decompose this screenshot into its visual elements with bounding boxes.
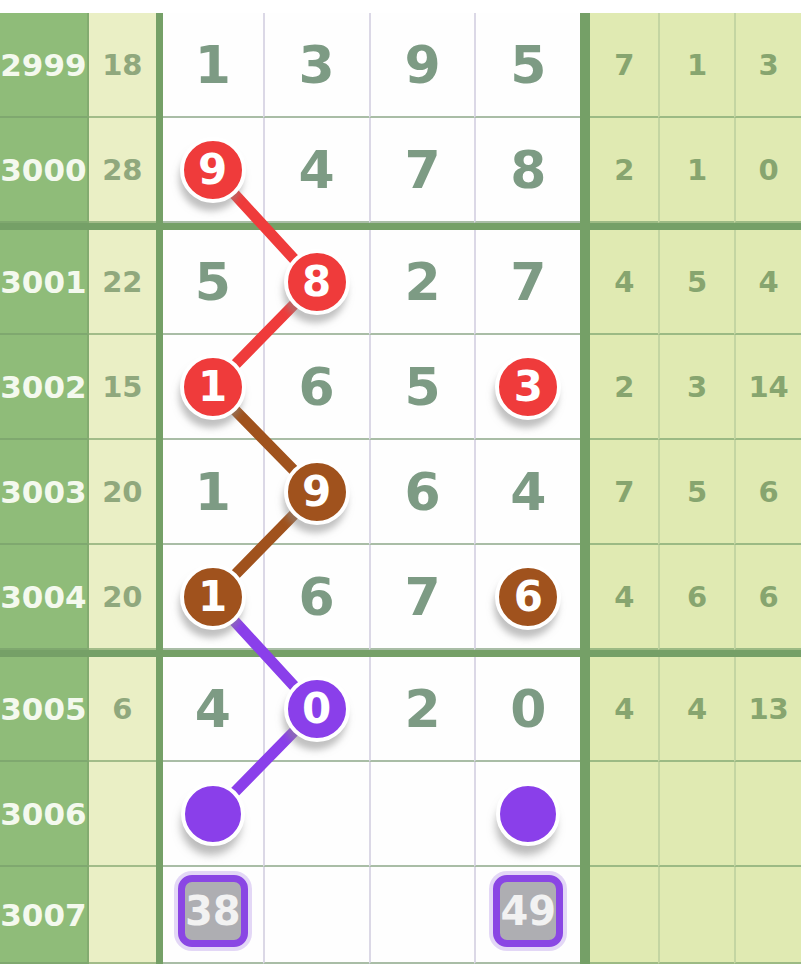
stat-cell: 4 (590, 545, 658, 650)
stat-cell: 4 (734, 230, 801, 335)
trend-chart-board: 2999181395713300028947821030012258274543… (0, 0, 801, 969)
stat-cell (590, 867, 658, 964)
stat-cell: 5 (658, 440, 734, 545)
stat-cell: 0 (734, 118, 801, 223)
column-divider (580, 657, 590, 762)
table-row: 3001225827454 (0, 230, 801, 335)
sum-cell: 20 (89, 440, 156, 545)
digit-cell: 1 (163, 335, 263, 440)
digit-cell: 5 (369, 335, 475, 440)
stat-cell: 6 (734, 440, 801, 545)
column-divider (580, 13, 590, 118)
table-row: 30073849 (0, 867, 801, 964)
trend-circle: 6 (495, 564, 561, 630)
stat-cell: 14 (734, 335, 801, 440)
stat-cell: 7 (590, 440, 658, 545)
digit-cell: 9 (263, 440, 369, 545)
digit-cell (474, 762, 580, 867)
digit-cell (369, 867, 475, 964)
digit-cell: 1 (163, 13, 263, 118)
column-divider (580, 230, 590, 335)
column-divider (156, 440, 163, 545)
stat-cell: 3 (734, 13, 801, 118)
digit-cell: 0 (263, 657, 369, 762)
digit-cell: 2 (369, 657, 475, 762)
stat-cell (658, 867, 734, 964)
stat-cell: 3 (658, 335, 734, 440)
digit-cell: 3 (263, 13, 369, 118)
digit-cell: 6 (369, 440, 475, 545)
column-divider (580, 867, 590, 964)
digit-cell: 6 (263, 545, 369, 650)
sum-cell: 6 (89, 657, 156, 762)
trend-circle: 3 (495, 354, 561, 420)
column-divider (156, 335, 163, 440)
sum-cell: 28 (89, 118, 156, 223)
digit-cell: 3 (474, 335, 580, 440)
sum-cell: 15 (89, 335, 156, 440)
column-divider (580, 118, 590, 223)
issue-cell: 3002 (0, 335, 89, 440)
digit-cell: 5 (163, 230, 263, 335)
digit-cell (263, 762, 369, 867)
digit-cell: 49 (474, 867, 580, 964)
stat-cell: 4 (658, 657, 734, 762)
table-row: 30021516532314 (0, 335, 801, 440)
table-row: 3003201964756 (0, 440, 801, 545)
stat-cell: 1 (658, 13, 734, 118)
stat-cell: 13 (734, 657, 801, 762)
digit-cell: 1 (163, 545, 263, 650)
stat-cell: 1 (658, 118, 734, 223)
column-divider (156, 762, 163, 867)
issue-cell: 3007 (0, 867, 89, 964)
stat-cell (734, 762, 801, 867)
issue-cell: 3003 (0, 440, 89, 545)
stat-cell (734, 867, 801, 964)
table-row: 2999181395713 (0, 13, 801, 118)
table-row: 3004201676466 (0, 545, 801, 650)
trend-circle: 1 (180, 564, 246, 630)
sum-cell: 22 (89, 230, 156, 335)
table-row-partial-bottom (0, 964, 801, 969)
stat-cell: 7 (590, 13, 658, 118)
trend-circle: 9 (284, 459, 350, 525)
column-divider (156, 867, 163, 964)
digit-cell: 6 (474, 545, 580, 650)
digit-cell: 4 (263, 118, 369, 223)
digit-cell: 7 (369, 545, 475, 650)
digit-cell: 4 (163, 657, 263, 762)
digit-cell: 2 (369, 230, 475, 335)
issue-cell: 3006 (0, 762, 89, 867)
digit-cell: 8 (474, 118, 580, 223)
issue-cell: 3005 (0, 657, 89, 762)
stat-cell: 5 (658, 230, 734, 335)
stat-cell: 6 (734, 545, 801, 650)
digit-cell: 9 (369, 13, 475, 118)
stat-cell: 2 (590, 118, 658, 223)
column-divider (156, 230, 163, 335)
column-divider (156, 545, 163, 650)
issue-cell: 2999 (0, 13, 89, 118)
digit-cell (263, 867, 369, 964)
stat-cell: 2 (590, 335, 658, 440)
column-divider (580, 335, 590, 440)
table-row: 3000289478210 (0, 118, 801, 223)
stat-cell: 4 (590, 657, 658, 762)
stat-cell (658, 762, 734, 867)
column-divider (156, 118, 163, 223)
prediction-badge: 49 (493, 875, 563, 947)
sum-cell: 20 (89, 545, 156, 650)
digit-cell: 8 (263, 230, 369, 335)
digit-cell: 4 (474, 440, 580, 545)
digit-cell: 7 (369, 118, 475, 223)
stat-cell: 6 (658, 545, 734, 650)
digit-cell: 38 (163, 867, 263, 964)
digit-cell (369, 762, 475, 867)
sum-cell (89, 762, 156, 867)
table-row: 3005640204413 (0, 657, 801, 762)
column-divider (580, 762, 590, 867)
issue-cell: 3001 (0, 230, 89, 335)
trend-dot (496, 782, 560, 846)
trend-dot (181, 782, 245, 846)
group-separator (0, 650, 801, 657)
digit-cell: 0 (474, 657, 580, 762)
table-row-partial-top (0, 0, 801, 13)
sum-cell (89, 867, 156, 964)
trend-circle: 1 (180, 354, 246, 420)
digit-cell: 6 (263, 335, 369, 440)
trend-circle: 8 (284, 249, 350, 315)
digit-cell (163, 762, 263, 867)
issue-cell: 3004 (0, 545, 89, 650)
trend-circle: 9 (180, 137, 246, 203)
digit-cell: 1 (163, 440, 263, 545)
sum-cell: 18 (89, 13, 156, 118)
column-divider (580, 440, 590, 545)
group-separator (0, 223, 801, 230)
digit-cell: 9 (163, 118, 263, 223)
trend-circle: 0 (284, 676, 350, 742)
column-divider (580, 545, 590, 650)
table-row: 3006 (0, 762, 801, 867)
column-divider (156, 657, 163, 762)
issue-cell: 3000 (0, 118, 89, 223)
digit-cell: 5 (474, 13, 580, 118)
stat-cell: 4 (590, 230, 658, 335)
rows-container: 2999181395713300028947821030012258274543… (0, 13, 801, 964)
prediction-badge: 38 (178, 875, 248, 947)
stat-cell (590, 762, 658, 867)
digit-cell: 7 (474, 230, 580, 335)
column-divider (156, 13, 163, 118)
